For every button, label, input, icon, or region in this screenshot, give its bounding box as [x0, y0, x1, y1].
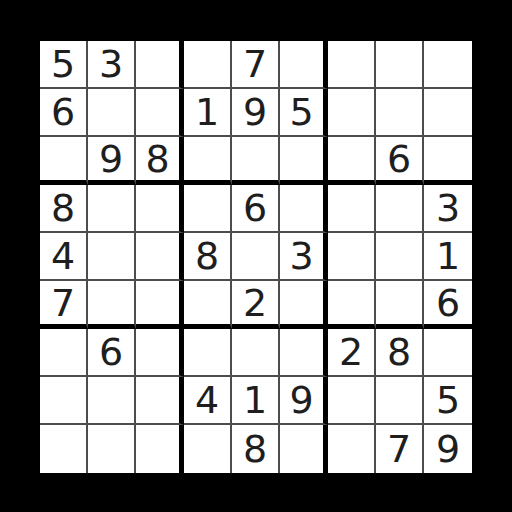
cell-r1c6[interactable]	[280, 41, 328, 89]
sudoku-board: 537619598686348317266284195879	[34, 35, 478, 479]
cell-r6c3[interactable]	[136, 281, 184, 329]
cell-r8c4[interactable]: 4	[184, 377, 232, 425]
cell-r3c5[interactable]	[232, 137, 280, 185]
cell-r2c5[interactable]: 9	[232, 89, 280, 137]
cell-r5c8[interactable]	[376, 233, 424, 281]
cell-r4c2[interactable]	[88, 185, 136, 233]
cell-r5c1[interactable]: 4	[40, 233, 88, 281]
cell-r9c6[interactable]	[280, 425, 328, 473]
cell-r8c7[interactable]	[328, 377, 376, 425]
cell-r8c1[interactable]	[40, 377, 88, 425]
cell-r5c5[interactable]	[232, 233, 280, 281]
cell-r5c7[interactable]	[328, 233, 376, 281]
image-background: 537619598686348317266284195879	[0, 0, 512, 512]
cell-r5c2[interactable]	[88, 233, 136, 281]
cell-r7c1[interactable]	[40, 329, 88, 377]
cell-r4c8[interactable]	[376, 185, 424, 233]
cell-r2c8[interactable]	[376, 89, 424, 137]
cell-r3c3[interactable]: 8	[136, 137, 184, 185]
cell-r8c9[interactable]: 5	[424, 377, 472, 425]
cell-r5c4[interactable]: 8	[184, 233, 232, 281]
cell-r2c3[interactable]	[136, 89, 184, 137]
cell-r5c9[interactable]: 1	[424, 233, 472, 281]
cell-r8c2[interactable]	[88, 377, 136, 425]
cell-r1c4[interactable]	[184, 41, 232, 89]
cell-r2c1[interactable]: 6	[40, 89, 88, 137]
cell-r9c5[interactable]: 8	[232, 425, 280, 473]
cell-r9c1[interactable]	[40, 425, 88, 473]
cell-r4c5[interactable]: 6	[232, 185, 280, 233]
cell-r1c9[interactable]	[424, 41, 472, 89]
cell-r9c7[interactable]	[328, 425, 376, 473]
cell-r2c2[interactable]	[88, 89, 136, 137]
cell-r1c5[interactable]: 7	[232, 41, 280, 89]
cell-r6c2[interactable]	[88, 281, 136, 329]
cell-r6c5[interactable]: 2	[232, 281, 280, 329]
cell-r3c4[interactable]	[184, 137, 232, 185]
cell-r2c7[interactable]	[328, 89, 376, 137]
cell-r4c9[interactable]: 3	[424, 185, 472, 233]
cell-r6c9[interactable]: 6	[424, 281, 472, 329]
cell-r7c2[interactable]: 6	[88, 329, 136, 377]
cell-r8c5[interactable]: 1	[232, 377, 280, 425]
cell-r9c3[interactable]	[136, 425, 184, 473]
cell-r1c3[interactable]	[136, 41, 184, 89]
cell-r1c1[interactable]: 5	[40, 41, 88, 89]
cell-r8c8[interactable]	[376, 377, 424, 425]
cell-r2c6[interactable]: 5	[280, 89, 328, 137]
cell-r7c3[interactable]	[136, 329, 184, 377]
cell-r3c2[interactable]: 9	[88, 137, 136, 185]
cell-r7c5[interactable]	[232, 329, 280, 377]
cell-r1c7[interactable]	[328, 41, 376, 89]
cell-r4c6[interactable]	[280, 185, 328, 233]
cell-r7c6[interactable]	[280, 329, 328, 377]
cell-r2c9[interactable]	[424, 89, 472, 137]
cell-r3c6[interactable]	[280, 137, 328, 185]
cell-r6c6[interactable]	[280, 281, 328, 329]
cell-r6c1[interactable]: 7	[40, 281, 88, 329]
cell-r8c3[interactable]	[136, 377, 184, 425]
cell-r9c4[interactable]	[184, 425, 232, 473]
cell-r3c7[interactable]	[328, 137, 376, 185]
cell-r5c3[interactable]	[136, 233, 184, 281]
cell-r6c8[interactable]	[376, 281, 424, 329]
cell-r4c1[interactable]: 8	[40, 185, 88, 233]
cell-r1c2[interactable]: 3	[88, 41, 136, 89]
cell-r3c9[interactable]	[424, 137, 472, 185]
cell-r8c6[interactable]: 9	[280, 377, 328, 425]
cell-r6c4[interactable]	[184, 281, 232, 329]
cell-r9c9[interactable]: 9	[424, 425, 472, 473]
cell-r4c4[interactable]	[184, 185, 232, 233]
cell-r6c7[interactable]	[328, 281, 376, 329]
cell-r7c9[interactable]	[424, 329, 472, 377]
cell-r3c1[interactable]	[40, 137, 88, 185]
cell-r7c7[interactable]: 2	[328, 329, 376, 377]
cell-r1c8[interactable]	[376, 41, 424, 89]
cell-r4c7[interactable]	[328, 185, 376, 233]
cell-r9c8[interactable]: 7	[376, 425, 424, 473]
cell-r5c6[interactable]: 3	[280, 233, 328, 281]
cell-r7c8[interactable]: 8	[376, 329, 424, 377]
cell-r7c4[interactable]	[184, 329, 232, 377]
cell-r9c2[interactable]	[88, 425, 136, 473]
cell-r3c8[interactable]: 6	[376, 137, 424, 185]
cell-r2c4[interactable]: 1	[184, 89, 232, 137]
cell-r4c3[interactable]	[136, 185, 184, 233]
